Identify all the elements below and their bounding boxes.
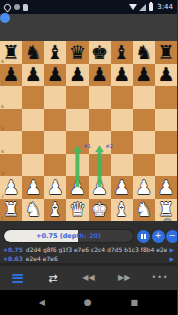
square-b4[interactable] [22,131,44,154]
forward-button[interactable]: ▶▶ [116,270,132,286]
overflow-dots-icon: ••• [151,274,168,282]
white-bishop: ♝ [44,199,66,222]
rank-label: 4 [1,149,4,154]
square-g2[interactable]: ♟ [133,176,155,199]
rank-label: 2 [1,194,4,199]
battery-icon [149,3,153,11]
square-g4[interactable] [133,131,155,154]
engine-line-1[interactable]: +0.75d2d4 g8f6 g1f3 e7e6 c2c4 d7d5 b1c3 … [0,245,177,253]
white-pawn: ♟ [66,176,88,199]
white-pawn: ♟ [155,176,177,199]
white-knight: ♞ [133,199,155,222]
home-icon: ● [84,297,92,307]
square-e8[interactable]: ♚ [89,41,111,64]
square-d3[interactable] [66,154,88,177]
menu-button[interactable] [9,270,25,286]
black-pawn: ♟ [89,64,111,87]
cell-signal-icon [139,4,146,11]
white-pawn: ♟ [89,176,111,199]
decrease-depth-button[interactable]: − [166,230,178,243]
square-e2[interactable]: ♟ [89,176,111,199]
black-pawn: ♟ [155,64,177,87]
app-toolbar: ⇄ ◀◀ ▶▶ ••• [0,266,177,290]
status-left-icons [4,4,28,11]
square-d4[interactable] [66,131,88,154]
white-pawn: ♟ [133,176,155,199]
black-knight: ♞ [133,41,155,64]
square-a4[interactable]: 4 [0,131,22,154]
increase-depth-button[interactable]: + [152,230,165,243]
overflow-menu-button[interactable]: ••• [152,270,168,286]
square-d2[interactable]: ♟ [66,176,88,199]
android-home-button[interactable]: ● [84,298,92,307]
rank-label: 8 [1,59,4,64]
square-a3[interactable]: 3 [0,154,22,177]
square-d1[interactable]: ♛ [66,199,88,222]
black-king: ♚ [89,41,111,64]
white-king: ♚ [89,199,111,222]
white-queen: ♛ [66,199,88,222]
back-icon: ◀ [39,298,45,307]
square-b6[interactable] [22,86,44,109]
square-a7[interactable]: 7♟ [0,64,22,87]
black-pawn: ♟ [44,64,66,87]
square-d7[interactable]: ♟ [66,64,88,87]
square-c7[interactable]: ♟ [44,64,66,87]
square-h2[interactable]: ♟ [155,176,177,199]
square-e6[interactable] [89,86,111,109]
black-bishop: ♝ [111,41,133,64]
flip-board-icon: ⇄ [48,273,57,284]
square-h7[interactable]: ♟ [155,64,177,87]
square-e4[interactable] [89,131,111,154]
square-h6[interactable] [155,86,177,109]
pause-icon [141,234,146,239]
square-b2[interactable]: ♟ [22,176,44,199]
android-back-button[interactable]: ◀ [39,299,45,307]
black-rook: ♜ [155,41,177,64]
square-f8[interactable]: ♝ [111,41,133,64]
status-right-icons: 3:44 [129,3,173,11]
square-f4[interactable] [111,131,133,154]
play-line-icon[interactable]: ▶ [169,246,174,253]
play-line-icon[interactable]: ▶ [169,255,174,262]
chess-app-screen: { "game": "chess", "position": { "fen": … [0,0,177,315]
square-c1[interactable]: ♝ [44,199,66,222]
rank-label: 5 [1,126,4,131]
fast-forward-icon: ▶▶ [118,274,130,282]
status-bar: 3:44 [0,0,177,14]
white-pawn: ♟ [44,176,66,199]
square-c6[interactable] [44,86,66,109]
square-g5[interactable] [133,109,155,132]
black-knight: ♞ [22,41,44,64]
square-b1[interactable]: ♞ [22,199,44,222]
black-pawn: ♟ [111,64,133,87]
black-pawn: ♟ [66,64,88,87]
rewind-button[interactable]: ◀◀ [81,270,97,286]
square-b7[interactable]: ♟ [22,64,44,87]
square-d5[interactable] [66,109,88,132]
rewind-icon: ◀◀ [82,274,94,282]
plus-icon: + [155,232,162,240]
line-moves: e2e4 e7e6 [26,255,168,262]
status-time: 3:44 [157,3,173,11]
flip-board-button[interactable]: ⇄ [45,270,61,286]
rank-label: 3 [1,171,4,176]
square-h3[interactable] [155,154,177,177]
square-c4[interactable] [44,131,66,154]
hamburger-icon [12,274,23,283]
square-c8[interactable]: ♝ [44,41,66,64]
square-g8[interactable]: ♞ [133,41,155,64]
white-knight: ♞ [22,199,44,222]
sd-card-icon [23,4,28,11]
square-a2[interactable]: 2♟ [0,176,22,199]
rank-label: 6 [1,104,4,109]
white-pawn: ♟ [111,176,133,199]
notification-circle-icon [14,4,20,10]
square-a8[interactable]: 8♜ [0,41,22,64]
recents-icon: ■ [131,298,139,307]
engine-line-2[interactable]: +0.63e2e4 e7e6▶ [0,254,177,262]
square-a5[interactable]: 5 [0,109,22,132]
black-queen: ♛ [66,41,88,64]
square-f1[interactable]: ♝ [111,199,133,222]
rank-label: 7 [1,81,4,86]
line-moves: d2d4 g8f6 g1f3 e7e6 c2c4 d7d5 b1c3 f8b4 … [26,246,168,253]
square-e7[interactable]: ♟ [89,64,111,87]
eval-gauge[interactable]: +0.75 (depth: 20) [4,230,133,242]
square-g7[interactable]: ♟ [133,64,155,87]
square-b5[interactable] [22,109,44,132]
square-b3[interactable] [22,154,44,177]
square-h4[interactable] [155,131,177,154]
square-c2[interactable]: ♟ [44,176,66,199]
square-g3[interactable] [133,154,155,177]
square-d8[interactable]: ♛ [66,41,88,64]
square-b8[interactable]: ♞ [22,41,44,64]
square-h8[interactable]: ♜ [155,41,177,64]
square-c3[interactable] [44,154,66,177]
square-e3[interactable] [89,154,111,177]
black-pawn: ♟ [22,64,44,87]
android-nav-bar: ◀ ● ■ [0,290,177,315]
engine-lines: +0.75d2d4 g8f6 g1f3 e7e6 c2c4 d7d5 b1c3 … [0,245,177,263]
white-bishop: ♝ [111,199,133,222]
app-header-area [0,14,177,41]
square-d6[interactable] [66,86,88,109]
rank-label: 1 [1,216,4,221]
square-e5[interactable] [89,109,111,132]
floating-blue-dot[interactable] [0,13,10,23]
square-f5[interactable] [111,109,133,132]
pause-button[interactable] [137,230,150,243]
black-bishop: ♝ [44,41,66,64]
black-pawn: ♟ [133,64,155,87]
minus-icon: − [169,232,176,240]
line-eval: +0.63 [3,255,23,262]
location-icon [3,2,13,12]
wifi-icon [129,4,137,10]
square-g6[interactable] [133,86,155,109]
square-c5[interactable] [44,109,66,132]
square-f2[interactable]: ♟ [111,176,133,199]
square-a6[interactable]: 6 [0,86,22,109]
square-h5[interactable] [155,109,177,132]
eval-text: +0.75 (depth: 20) [4,230,133,242]
square-a1[interactable]: 1♜ [0,199,22,222]
line-eval: +0.75 [3,246,23,253]
chess-board[interactable]: 8♜♞♝♛♚♝♞♜7♟♟♟♟♟♟♟♟65432♟♟♟♟♟♟♟♟1♜♞♝♛♚♝♞♜ [0,41,177,221]
square-e1[interactable]: ♚ [89,199,111,222]
android-recents-button[interactable]: ■ [131,299,139,307]
square-f7[interactable]: ♟ [111,64,133,87]
chess-board-area: 8♜♞♝♛♚♝♞♜7♟♟♟♟♟♟♟♟65432♟♟♟♟♟♟♟♟1♜♞♝♛♚♝♞♜… [0,41,177,221]
square-g1[interactable]: ♞ [133,199,155,222]
square-f3[interactable] [111,154,133,177]
square-f6[interactable] [111,86,133,109]
white-pawn: ♟ [22,176,44,199]
